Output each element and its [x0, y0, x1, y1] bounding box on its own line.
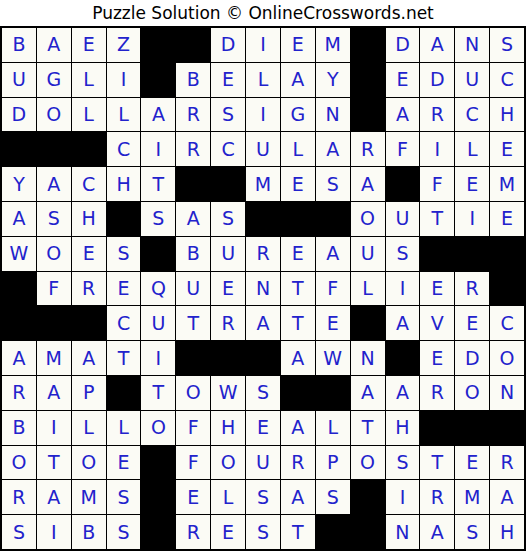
cell-r6c1: A [2, 202, 36, 236]
block-r10c8 [246, 341, 280, 375]
cell-r5c9: E [281, 167, 315, 201]
cell-letter: L [223, 488, 234, 507]
cell-letter: O [46, 105, 61, 124]
cell-letter: W [323, 349, 342, 368]
cell-r4c9: L [281, 132, 315, 166]
cell-r6c6: A [176, 202, 210, 236]
block-r8c15 [490, 272, 524, 306]
cell-letter: A [291, 349, 304, 368]
cell-letter: C [500, 70, 513, 89]
cell-r8c5: Q [141, 272, 175, 306]
cell-r1c3: E [72, 28, 106, 62]
cell-r2c1: U [2, 63, 36, 97]
cell-letter: B [12, 35, 25, 54]
block-r4c2 [37, 132, 71, 166]
cell-r11c7: W [211, 376, 245, 410]
cell-letter: M [80, 488, 96, 507]
cell-letter: B [187, 244, 200, 263]
cell-r13c11: O [351, 446, 385, 480]
block-r15c5 [141, 515, 175, 549]
cell-r5c3: C [72, 167, 106, 201]
cell-r13c10: P [316, 446, 350, 480]
cell-r8c11: L [351, 272, 385, 306]
cell-letter: F [432, 175, 443, 194]
cell-letter: E [396, 70, 408, 89]
cell-r6c5: S [141, 202, 175, 236]
cell-letter: E [83, 244, 95, 263]
cell-letter: C [500, 314, 513, 333]
cell-r4c13: I [420, 132, 454, 166]
cell-r12c12: H [386, 411, 420, 445]
cell-letter: A [291, 488, 304, 507]
cell-r8c13: E [420, 272, 454, 306]
cell-letter: T [432, 209, 444, 228]
cell-r10c10: W [316, 341, 350, 375]
cell-letter: O [151, 418, 166, 437]
cell-letter: A [396, 383, 409, 402]
cell-r8c10: F [316, 272, 350, 306]
cell-letter: M [464, 488, 480, 507]
cell-r10c9: A [281, 341, 315, 375]
cell-r4c15: E [490, 132, 524, 166]
cell-r7c3: E [72, 237, 106, 271]
cell-r11c12: A [386, 376, 420, 410]
cell-letter: T [432, 453, 444, 472]
cell-r11c1: R [2, 376, 36, 410]
cell-letter: B [82, 523, 95, 542]
cell-r2c12: E [386, 63, 420, 97]
cell-r7c12: S [386, 237, 420, 271]
cell-r1c9: E [281, 28, 315, 62]
cell-letter: R [431, 383, 444, 402]
cell-r12c9: A [281, 411, 315, 445]
block-r1c6 [176, 28, 210, 62]
cell-letter: O [221, 453, 236, 472]
cell-letter: M [325, 35, 341, 54]
puzzle-solution-page: Puzzle Solution © OnlineCrosswords.net B… [0, 0, 526, 551]
cell-letter: O [81, 453, 96, 472]
cell-r14c12: I [386, 480, 420, 514]
cell-letter: I [400, 279, 406, 298]
cell-letter: A [47, 488, 60, 507]
cell-letter: S [13, 523, 25, 542]
cell-r8c2: F [37, 272, 71, 306]
cell-r11c13: R [420, 376, 454, 410]
cell-letter: E [466, 314, 478, 333]
cell-letter: S [396, 453, 408, 472]
cell-r12c1: B [2, 411, 36, 445]
cell-r8c3: R [72, 272, 106, 306]
cell-r3c12: A [386, 98, 420, 132]
cell-letter: U [396, 209, 410, 228]
cell-r8c9: T [281, 272, 315, 306]
cell-r5c2: A [37, 167, 71, 201]
cell-r12c3: L [72, 411, 106, 445]
cell-letter: F [188, 453, 199, 472]
cell-letter: H [221, 418, 235, 437]
cell-letter: P [83, 383, 94, 402]
cell-letter: R [82, 279, 95, 298]
cell-r1c8: I [246, 28, 280, 62]
cell-letter: Y [13, 175, 25, 194]
cell-r5c5: T [141, 167, 175, 201]
cell-r13c14: E [455, 446, 489, 480]
cell-r15c12: N [386, 515, 420, 549]
block-r14c11 [351, 480, 385, 514]
cell-letter: R [291, 453, 304, 472]
cell-letter: R [187, 523, 200, 542]
cell-r1c7: D [211, 28, 245, 62]
cell-letter: U [361, 244, 375, 263]
cell-r11c3: P [72, 376, 106, 410]
block-r7c13 [420, 237, 454, 271]
block-r7c5 [141, 237, 175, 271]
cell-letter: A [291, 418, 304, 437]
block-r7c14 [455, 237, 489, 271]
cell-letter: A [431, 523, 444, 542]
cell-letter: S [222, 209, 234, 228]
block-r9c1 [2, 306, 36, 340]
cell-letter: Z [117, 35, 130, 54]
cell-r7c4: S [107, 237, 141, 271]
cell-letter: F [48, 279, 59, 298]
cell-letter: E [292, 244, 304, 263]
cell-letter: I [51, 523, 57, 542]
cell-r15c13: A [420, 515, 454, 549]
cell-r4c14: L [455, 132, 489, 166]
cell-r11c5: T [141, 376, 175, 410]
cell-letter: L [293, 140, 304, 159]
block-r11c10 [316, 376, 350, 410]
block-r6c9 [281, 202, 315, 236]
block-r8c1 [2, 272, 36, 306]
cell-letter: E [222, 70, 234, 89]
cell-r2c14: U [455, 63, 489, 97]
cell-r15c9: T [281, 515, 315, 549]
block-r10c6 [176, 341, 210, 375]
cell-letter: R [12, 488, 25, 507]
cell-letter: R [466, 279, 479, 298]
cell-r9c6: T [176, 306, 210, 340]
block-r9c11 [351, 306, 385, 340]
cell-letter: D [465, 349, 480, 368]
block-r4c1 [2, 132, 36, 166]
cell-r10c4: T [107, 341, 141, 375]
cell-letter: A [47, 35, 60, 54]
cell-r1c1: B [2, 28, 36, 62]
cell-r8c12: I [386, 272, 420, 306]
cell-r11c6: O [176, 376, 210, 410]
cell-letter: O [360, 209, 375, 228]
block-r9c2 [37, 306, 71, 340]
cell-letter: H [82, 209, 96, 228]
cell-r14c14: M [455, 480, 489, 514]
cell-letter: P [327, 453, 338, 472]
cell-r9c10: E [316, 306, 350, 340]
cell-r9c4: C [107, 306, 141, 340]
cell-letter: A [47, 383, 60, 402]
cell-r6c13: T [420, 202, 454, 236]
cell-r12c7: H [211, 411, 245, 445]
cell-r3c15: H [490, 98, 524, 132]
cell-letter: R [222, 314, 235, 333]
cell-r6c3: H [72, 202, 106, 236]
cell-letter: S [257, 383, 269, 402]
block-r11c9 [281, 376, 315, 410]
cell-letter: T [187, 314, 199, 333]
block-r12c14 [455, 411, 489, 445]
cell-letter: E [431, 349, 443, 368]
block-r14c5 [141, 480, 175, 514]
block-r5c6 [176, 167, 210, 201]
block-r12c15 [490, 411, 524, 445]
cell-letter: V [431, 314, 444, 333]
cell-r3c13: R [420, 98, 454, 132]
cell-r11c2: A [37, 376, 71, 410]
cell-letter: L [83, 70, 94, 89]
cell-letter: E [118, 279, 130, 298]
cell-r4c7: C [211, 132, 245, 166]
cell-r5c10: S [316, 167, 350, 201]
cell-letter: E [501, 209, 513, 228]
cell-letter: R [500, 453, 513, 472]
cell-r10c1: A [2, 341, 36, 375]
cell-r14c3: M [72, 480, 106, 514]
cell-r14c6: E [176, 480, 210, 514]
cell-r3c4: L [107, 98, 141, 132]
block-r6c4 [107, 202, 141, 236]
cell-letter: A [396, 105, 409, 124]
cell-letter: N [326, 105, 340, 124]
cell-r5c14: E [455, 167, 489, 201]
cell-letter: G [290, 105, 305, 124]
cell-letter: S [48, 209, 60, 228]
cell-letter: S [117, 244, 129, 263]
cell-letter: A [326, 244, 339, 263]
cell-r7c7: U [211, 237, 245, 271]
cell-letter: S [222, 105, 234, 124]
cell-letter: U [186, 279, 200, 298]
cell-letter: E [118, 453, 130, 472]
page-title: Puzzle Solution © OnlineCrosswords.net [92, 3, 434, 23]
cell-r4c12: F [386, 132, 420, 166]
cell-letter: I [51, 418, 57, 437]
cell-r13c2: T [37, 446, 71, 480]
cell-letter: M [46, 349, 62, 368]
cell-letter: E [292, 35, 304, 54]
cell-r14c2: A [37, 480, 71, 514]
cell-r10c15: O [490, 341, 524, 375]
cell-letter: E [187, 488, 199, 507]
cell-r9c14: E [455, 306, 489, 340]
cell-r7c8: R [246, 237, 280, 271]
cell-r11c15: N [490, 376, 524, 410]
cell-letter: N [465, 35, 479, 54]
cell-letter: S [257, 488, 269, 507]
cell-letter: O [11, 453, 26, 472]
cell-r3c3: L [72, 98, 106, 132]
cell-r14c9: A [281, 480, 315, 514]
cell-letter: S [327, 488, 339, 507]
cell-letter: A [152, 105, 165, 124]
crossword-grid: BAEZDIEMDANSUGLIBELAYEDUCDOLLARSIGNARCHC… [0, 26, 526, 551]
cell-r15c1: S [2, 515, 36, 549]
cell-letter: T [153, 383, 165, 402]
cell-r9c7: R [211, 306, 245, 340]
cell-r7c1: W [2, 237, 36, 271]
cell-r15c14: S [455, 515, 489, 549]
cell-r2c2: G [37, 63, 71, 97]
cell-r7c6: B [176, 237, 210, 271]
cell-letter: H [500, 523, 514, 542]
cell-letter: I [156, 349, 162, 368]
cell-letter: D [221, 35, 236, 54]
cell-r4c10: A [316, 132, 350, 166]
cell-r6c12: U [386, 202, 420, 236]
cell-r12c5: O [141, 411, 175, 445]
cell-r6c7: S [211, 202, 245, 236]
cell-r6c2: S [37, 202, 71, 236]
block-r7c15 [490, 237, 524, 271]
cell-r13c13: T [420, 446, 454, 480]
block-r6c10 [316, 202, 350, 236]
cell-letter: R [361, 140, 374, 159]
cell-r13c1: O [2, 446, 36, 480]
block-r1c5 [141, 28, 175, 62]
cell-letter: A [291, 70, 304, 89]
cell-r15c3: B [72, 515, 106, 549]
cell-letter: L [327, 418, 338, 437]
cell-r2c7: E [211, 63, 245, 97]
cell-letter: A [501, 488, 514, 507]
cell-letter: T [48, 453, 60, 472]
cell-letter: Y [327, 70, 339, 89]
cell-letter: F [188, 418, 199, 437]
cell-r6c11: O [351, 202, 385, 236]
cell-r3c8: I [246, 98, 280, 132]
cell-r1c13: A [420, 28, 454, 62]
cell-letter: A [361, 175, 374, 194]
cell-letter: N [360, 349, 374, 368]
cell-r1c12: D [386, 28, 420, 62]
cell-letter: T [362, 418, 374, 437]
cell-letter: R [187, 140, 200, 159]
cell-r5c8: M [246, 167, 280, 201]
cell-r11c8: S [246, 376, 280, 410]
block-r3c11 [351, 98, 385, 132]
block-r10c12 [386, 341, 420, 375]
cell-letter: F [397, 140, 408, 159]
cell-r5c1: Y [2, 167, 36, 201]
cell-letter: L [118, 418, 129, 437]
cell-r5c4: H [107, 167, 141, 201]
cell-letter: W [219, 383, 238, 402]
cell-letter: T [118, 349, 130, 368]
cell-r2c4: I [107, 63, 141, 97]
cell-r2c13: D [420, 63, 454, 97]
cell-r12c6: F [176, 411, 210, 445]
cell-r14c13: R [420, 480, 454, 514]
cell-r1c14: N [455, 28, 489, 62]
cell-letter: S [396, 244, 408, 263]
cell-letter: S [257, 523, 269, 542]
cell-r13c8: U [246, 446, 280, 480]
cell-r2c3: L [72, 63, 106, 97]
cell-letter: A [396, 314, 409, 333]
cell-letter: A [12, 209, 25, 228]
cell-r3c14: C [455, 98, 489, 132]
cell-letter: E [83, 35, 95, 54]
cell-r3c7: S [211, 98, 245, 132]
cell-r14c10: S [316, 480, 350, 514]
cell-letter: T [292, 523, 304, 542]
cell-letter: C [117, 314, 130, 333]
cell-letter: E [222, 523, 234, 542]
cell-r3c9: G [281, 98, 315, 132]
cell-r7c11: U [351, 237, 385, 271]
cell-r10c13: E [420, 341, 454, 375]
cell-r6c14: I [455, 202, 489, 236]
title-bar: Puzzle Solution © OnlineCrosswords.net [0, 0, 526, 26]
cell-letter: I [260, 105, 266, 124]
cell-r3c10: N [316, 98, 350, 132]
block-r11c4 [107, 376, 141, 410]
cell-r10c14: D [455, 341, 489, 375]
cell-letter: N [256, 279, 270, 298]
cell-r4c4: C [107, 132, 141, 166]
cell-letter: O [360, 453, 375, 472]
cell-r15c4: S [107, 515, 141, 549]
cell-r10c3: A [72, 341, 106, 375]
cell-r13c6: F [176, 446, 210, 480]
cell-letter: M [499, 175, 515, 194]
cell-letter: C [82, 175, 95, 194]
cell-letter: S [466, 523, 478, 542]
cell-letter: H [395, 418, 409, 437]
cell-letter: D [430, 70, 445, 89]
cell-r13c15: R [490, 446, 524, 480]
cell-r7c2: O [37, 237, 71, 271]
cell-letter: T [153, 175, 165, 194]
cell-r15c2: I [37, 515, 71, 549]
cell-letter: G [46, 70, 61, 89]
cell-r8c7: E [211, 272, 245, 306]
cell-letter: L [83, 418, 94, 437]
cell-letter: B [12, 418, 25, 437]
cell-letter: I [400, 488, 406, 507]
cell-letter: W [10, 244, 29, 263]
cell-letter: E [327, 314, 339, 333]
cell-r11c11: A [351, 376, 385, 410]
cell-letter: S [117, 488, 129, 507]
cell-letter: E [222, 279, 234, 298]
cell-letter: L [362, 279, 373, 298]
cell-r4c11: R [351, 132, 385, 166]
cell-r4c8: U [246, 132, 280, 166]
cell-letter: S [117, 523, 129, 542]
cell-r2c10: Y [316, 63, 350, 97]
cell-letter: I [121, 70, 127, 89]
cell-r10c5: I [141, 341, 175, 375]
cell-r5c11: A [351, 167, 385, 201]
cell-letter: B [187, 70, 200, 89]
cell-letter: A [82, 349, 95, 368]
block-r13c5 [141, 446, 175, 480]
cell-letter: M [255, 175, 271, 194]
cell-letter: C [221, 140, 234, 159]
cell-letter: D [395, 35, 410, 54]
cell-letter: E [431, 279, 443, 298]
